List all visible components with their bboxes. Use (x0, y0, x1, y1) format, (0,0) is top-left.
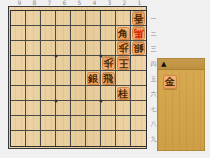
board-cell-4-8[interactable] (86, 116, 101, 131)
board-cell-2-6[interactable]: 桂 (116, 86, 131, 101)
board-cell-5-1[interactable] (71, 11, 86, 26)
rank-label: 三 (149, 41, 158, 56)
board-cell-7-9[interactable] (41, 131, 56, 146)
board-cell-2-7[interactable] (116, 101, 131, 116)
board-cell-6-5[interactable] (56, 71, 71, 86)
board-cell-4-1[interactable] (86, 11, 101, 26)
board-cell-6-3[interactable] (56, 41, 71, 56)
board-cell-1-9[interactable] (131, 131, 146, 146)
board-cell-7-3[interactable] (41, 41, 56, 56)
hand-panel-header: ▲ (158, 59, 204, 70)
piece-歩-3-4[interactable]: 歩 (102, 57, 115, 70)
board-cell-4-7[interactable] (86, 101, 101, 116)
board-cell-9-9[interactable] (11, 131, 26, 146)
rank-label: 一 (149, 11, 158, 26)
board-cell-4-2[interactable] (86, 26, 101, 41)
board-cell-5-8[interactable] (71, 116, 86, 131)
board-cell-4-9[interactable] (86, 131, 101, 146)
star-point (100, 100, 103, 103)
board-cell-7-4[interactable] (41, 56, 56, 71)
board-cell-2-5[interactable] (116, 71, 131, 86)
piece-飛-3-5[interactable]: 飛 (102, 72, 115, 85)
board-cell-7-1[interactable] (41, 11, 56, 26)
board-cell-9-8[interactable] (11, 116, 26, 131)
board-cell-9-4[interactable] (11, 56, 26, 71)
board-cell-5-4[interactable] (71, 56, 86, 71)
board-cell-7-2[interactable] (41, 26, 56, 41)
board-cell-1-2[interactable]: 馬 (131, 26, 146, 41)
board-cell-4-4[interactable] (86, 56, 101, 71)
board-cell-9-6[interactable] (11, 86, 26, 101)
board-cell-8-2[interactable] (26, 26, 41, 41)
piece-馬-1-2[interactable]: 馬 (132, 27, 145, 40)
board-cell-1-5[interactable] (131, 71, 146, 86)
board-cell-8-7[interactable] (26, 101, 41, 116)
piece-銀-1-3[interactable]: 銀 (132, 42, 145, 55)
board-cell-8-9[interactable] (26, 131, 41, 146)
board-cell-6-9[interactable] (56, 131, 71, 146)
black-hand-panel: ▲ 金 (157, 58, 205, 151)
board-cell-6-1[interactable] (56, 11, 71, 26)
board-cell-1-6[interactable] (131, 86, 146, 101)
board-cell-9-7[interactable] (11, 101, 26, 116)
board-cell-7-8[interactable] (41, 116, 56, 131)
board-cell-8-8[interactable] (26, 116, 41, 131)
board-cell-5-5[interactable] (71, 71, 86, 86)
piece-香-1-1[interactable]: 香 (132, 12, 145, 25)
sente-marker-icon: ▲ (161, 61, 166, 68)
board-cell-1-1[interactable]: 香 (131, 11, 146, 26)
board-cell-2-9[interactable] (116, 131, 131, 146)
star-point (100, 55, 103, 58)
board-cell-7-6[interactable] (41, 86, 56, 101)
board-cell-9-1[interactable] (11, 11, 26, 26)
board-cell-3-8[interactable] (101, 116, 116, 131)
board-cell-3-7[interactable] (101, 101, 116, 116)
piece-桂-2-6[interactable]: 桂 (117, 87, 130, 100)
board-cell-5-6[interactable] (71, 86, 86, 101)
star-point (55, 55, 58, 58)
board-cell-7-7[interactable] (41, 101, 56, 116)
board-cell-2-1[interactable] (116, 11, 131, 26)
board-cell-6-4[interactable] (56, 56, 71, 71)
board-cell-5-9[interactable] (71, 131, 86, 146)
hand-piece-金[interactable]: 金 (163, 75, 177, 89)
board-cell-6-2[interactable] (56, 26, 71, 41)
board-cell-5-2[interactable] (71, 26, 86, 41)
board-cell-6-6[interactable] (56, 86, 71, 101)
board-grid: 香角馬歩銀歩王銀飛桂 (10, 10, 147, 147)
board-cell-9-5[interactable] (11, 71, 26, 86)
board-cell-1-7[interactable] (131, 101, 146, 116)
board-cell-3-2[interactable] (101, 26, 116, 41)
board-cell-6-7[interactable] (56, 101, 71, 116)
star-point (55, 100, 58, 103)
board-cell-8-6[interactable] (26, 86, 41, 101)
board-cell-3-9[interactable] (101, 131, 116, 146)
board-cell-3-4[interactable]: 歩 (101, 56, 116, 71)
board-cell-1-8[interactable] (131, 116, 146, 131)
board-cell-7-5[interactable] (41, 71, 56, 86)
hand-pieces: 金 (163, 75, 177, 89)
board-cell-8-5[interactable] (26, 71, 41, 86)
board-cell-1-3[interactable]: 銀 (131, 41, 146, 56)
board-cell-4-3[interactable] (86, 41, 101, 56)
board-cell-2-2[interactable]: 角 (116, 26, 131, 41)
board-cell-2-8[interactable] (116, 116, 131, 131)
board-cell-1-4[interactable] (131, 56, 146, 71)
rank-label: 二 (149, 26, 158, 41)
board-cell-4-5[interactable]: 銀 (86, 71, 101, 86)
piece-銀-4-5[interactable]: 銀 (87, 72, 100, 85)
piece-歩-2-3[interactable]: 歩 (117, 42, 130, 55)
board-cell-8-1[interactable] (26, 11, 41, 26)
board-cell-8-4[interactable] (26, 56, 41, 71)
board-cell-9-2[interactable] (11, 26, 26, 41)
board-cell-2-3[interactable]: 歩 (116, 41, 131, 56)
board-cell-2-4[interactable]: 王 (116, 56, 131, 71)
board-cell-3-5[interactable]: 飛 (101, 71, 116, 86)
board-cell-9-3[interactable] (11, 41, 26, 56)
board-cell-8-3[interactable] (26, 41, 41, 56)
piece-角-2-2[interactable]: 角 (117, 27, 130, 40)
board-cell-3-1[interactable] (101, 11, 116, 26)
shogi-board: 香角馬歩銀歩王銀飛桂 (8, 6, 147, 149)
board-cell-3-3[interactable] (101, 41, 116, 56)
board-cell-5-3[interactable] (71, 41, 86, 56)
board-cell-6-8[interactable] (56, 116, 71, 131)
board-cell-5-7[interactable] (71, 101, 86, 116)
board-cell-3-6[interactable] (101, 86, 116, 101)
board-cell-4-6[interactable] (86, 86, 101, 101)
piece-王-2-4[interactable]: 王 (117, 57, 130, 70)
